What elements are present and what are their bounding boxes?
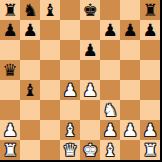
- square-b3[interactable]: [20, 100, 40, 120]
- square-b6[interactable]: [20, 40, 40, 60]
- square-b2[interactable]: [20, 120, 40, 140]
- piece-white-king[interactable]: ♚: [82, 140, 97, 160]
- piece-white-pawn[interactable]: ♟: [142, 120, 157, 140]
- piece-white-rook[interactable]: ♜: [2, 140, 17, 160]
- square-d6[interactable]: [60, 40, 80, 60]
- square-a5[interactable]: ♛: [0, 60, 20, 80]
- square-b4[interactable]: ♝: [20, 80, 40, 100]
- square-g8[interactable]: [120, 0, 140, 20]
- square-g4[interactable]: [120, 80, 140, 100]
- square-f5[interactable]: [100, 60, 120, 80]
- square-g7[interactable]: ♟: [120, 20, 140, 40]
- piece-white-pawn[interactable]: ♟: [82, 80, 97, 100]
- square-e3[interactable]: [80, 100, 100, 120]
- square-f4[interactable]: [100, 80, 120, 100]
- square-g6[interactable]: [120, 40, 140, 60]
- piece-black-pawn[interactable]: ♟: [2, 20, 17, 40]
- square-d5[interactable]: [60, 60, 80, 80]
- square-g5[interactable]: [120, 60, 140, 80]
- piece-white-pawn[interactable]: ♟: [2, 120, 17, 140]
- square-e1[interactable]: ♚: [80, 140, 100, 160]
- piece-black-rook[interactable]: ♜: [2, 0, 17, 20]
- square-a2[interactable]: ♟: [0, 120, 20, 140]
- square-h1[interactable]: ♜: [140, 140, 160, 160]
- chess-board: ♜♞♝♚♜♟♟♟♟♟♟♛♝♟♟♞♟♝♟♟♟♜♛♚♝♜: [0, 0, 162, 162]
- chessboard-screenshot: ♜♞♝♚♜♟♟♟♟♟♟♛♝♟♟♞♟♝♟♟♟♜♛♚♝♜: [0, 0, 162, 162]
- square-h3[interactable]: [140, 100, 160, 120]
- piece-black-rook[interactable]: ♜: [142, 0, 157, 20]
- square-a1[interactable]: ♜: [0, 140, 20, 160]
- square-f6[interactable]: [100, 40, 120, 60]
- square-f1[interactable]: ♝: [100, 140, 120, 160]
- piece-black-pawn[interactable]: ♟: [82, 40, 97, 60]
- square-f7[interactable]: ♟: [100, 20, 120, 40]
- square-f8[interactable]: [100, 0, 120, 20]
- piece-black-pawn[interactable]: ♟: [122, 20, 137, 40]
- piece-black-bishop[interactable]: ♝: [42, 0, 57, 20]
- piece-black-king[interactable]: ♚: [82, 0, 97, 20]
- square-c5[interactable]: [40, 60, 60, 80]
- square-a7[interactable]: ♟: [0, 20, 20, 40]
- piece-black-pawn[interactable]: ♟: [142, 20, 157, 40]
- square-g3[interactable]: [120, 100, 140, 120]
- square-h8[interactable]: ♜: [140, 0, 160, 20]
- square-c6[interactable]: [40, 40, 60, 60]
- square-b8[interactable]: ♞: [20, 0, 40, 20]
- square-c3[interactable]: [40, 100, 60, 120]
- piece-black-pawn[interactable]: ♟: [22, 20, 37, 40]
- square-e2[interactable]: [80, 120, 100, 140]
- square-d2[interactable]: ♝: [60, 120, 80, 140]
- square-b1[interactable]: [20, 140, 40, 160]
- square-h7[interactable]: ♟: [140, 20, 160, 40]
- square-e8[interactable]: ♚: [80, 0, 100, 20]
- square-d4[interactable]: ♟: [60, 80, 80, 100]
- piece-white-pawn[interactable]: ♟: [102, 120, 117, 140]
- square-b5[interactable]: [20, 60, 40, 80]
- square-f3[interactable]: ♞: [100, 100, 120, 120]
- square-h6[interactable]: [140, 40, 160, 60]
- square-a3[interactable]: [0, 100, 20, 120]
- piece-white-queen[interactable]: ♛: [62, 140, 77, 160]
- piece-white-rook[interactable]: ♜: [142, 140, 157, 160]
- square-d7[interactable]: [60, 20, 80, 40]
- square-e4[interactable]: ♟: [80, 80, 100, 100]
- square-e7[interactable]: [80, 20, 100, 40]
- square-d8[interactable]: [60, 0, 80, 20]
- square-b7[interactable]: ♟: [20, 20, 40, 40]
- square-e6[interactable]: ♟: [80, 40, 100, 60]
- piece-white-pawn[interactable]: ♟: [62, 80, 77, 100]
- square-c7[interactable]: [40, 20, 60, 40]
- square-c1[interactable]: [40, 140, 60, 160]
- square-f2[interactable]: ♟: [100, 120, 120, 140]
- square-c8[interactable]: ♝: [40, 0, 60, 20]
- square-a4[interactable]: [0, 80, 20, 100]
- square-c2[interactable]: [40, 120, 60, 140]
- square-d3[interactable]: [60, 100, 80, 120]
- piece-white-pawn[interactable]: ♟: [122, 120, 137, 140]
- piece-white-bishop[interactable]: ♝: [62, 120, 77, 140]
- square-h4[interactable]: [140, 80, 160, 100]
- square-g2[interactable]: ♟: [120, 120, 140, 140]
- square-h5[interactable]: [140, 60, 160, 80]
- square-h2[interactable]: ♟: [140, 120, 160, 140]
- piece-black-bishop[interactable]: ♝: [22, 80, 37, 100]
- square-c4[interactable]: [40, 80, 60, 100]
- square-a8[interactable]: ♜: [0, 0, 20, 20]
- piece-black-queen[interactable]: ♛: [2, 60, 17, 80]
- square-a6[interactable]: [0, 40, 20, 60]
- square-g1[interactable]: [120, 140, 140, 160]
- piece-white-bishop[interactable]: ♝: [102, 140, 117, 160]
- piece-black-knight[interactable]: ♞: [22, 0, 37, 20]
- square-d1[interactable]: ♛: [60, 140, 80, 160]
- piece-black-pawn[interactable]: ♟: [102, 20, 117, 40]
- square-e5[interactable]: [80, 60, 100, 80]
- piece-white-knight[interactable]: ♞: [102, 100, 117, 120]
